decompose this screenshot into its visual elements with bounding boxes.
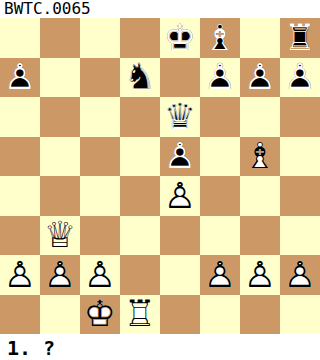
piece-outline: ♙: [0, 58, 40, 98]
square-d4[interactable]: [120, 176, 160, 216]
square-a3[interactable]: [0, 216, 40, 256]
square-b7[interactable]: [40, 58, 80, 98]
square-e2[interactable]: [160, 255, 200, 295]
black-pawn[interactable]: ♟♙: [160, 137, 200, 177]
square-a8[interactable]: [0, 18, 40, 58]
square-h6[interactable]: [280, 97, 320, 137]
square-d2[interactable]: [120, 255, 160, 295]
square-e5[interactable]: ♟♙: [160, 137, 200, 177]
square-d1[interactable]: ♜♖: [120, 295, 160, 335]
square-g4[interactable]: [240, 176, 280, 216]
white-pawn[interactable]: ♟♙: [200, 255, 240, 295]
piece-outline: ♗: [200, 18, 240, 58]
piece-outline: ♖: [120, 295, 160, 335]
piece-outline: ♗: [240, 137, 280, 177]
square-h8[interactable]: ♜♖: [280, 18, 320, 58]
piece-outline: ♙: [280, 255, 320, 295]
black-pawn[interactable]: ♟♙: [280, 58, 320, 98]
square-a7[interactable]: ♟♙: [0, 58, 40, 98]
square-b4[interactable]: [40, 176, 80, 216]
puzzle-id-label: BWTC.0065: [0, 0, 320, 18]
square-f2[interactable]: ♟♙: [200, 255, 240, 295]
square-g6[interactable]: [240, 97, 280, 137]
square-f6[interactable]: [200, 97, 240, 137]
square-c3[interactable]: [80, 216, 120, 256]
square-b2[interactable]: ♟♙: [40, 255, 80, 295]
square-c1[interactable]: ♚♔: [80, 295, 120, 335]
white-pawn[interactable]: ♟♙: [0, 255, 40, 295]
square-b8[interactable]: [40, 18, 80, 58]
square-e7[interactable]: [160, 58, 200, 98]
black-pawn[interactable]: ♟♙: [0, 58, 40, 98]
square-a5[interactable]: [0, 137, 40, 177]
square-g7[interactable]: ♟♙: [240, 58, 280, 98]
square-g2[interactable]: ♟♙: [240, 255, 280, 295]
black-pawn[interactable]: ♟♙: [240, 58, 280, 98]
white-pawn[interactable]: ♟♙: [240, 255, 280, 295]
square-h4[interactable]: [280, 176, 320, 216]
square-d6[interactable]: [120, 97, 160, 137]
square-h1[interactable]: [280, 295, 320, 335]
white-rook[interactable]: ♜♖: [120, 295, 160, 335]
white-bishop[interactable]: ♝♗: [240, 137, 280, 177]
square-e6[interactable]: ♛♕: [160, 97, 200, 137]
square-g1[interactable]: [240, 295, 280, 335]
square-b1[interactable]: [40, 295, 80, 335]
square-a2[interactable]: ♟♙: [0, 255, 40, 295]
square-f7[interactable]: ♟♙: [200, 58, 240, 98]
piece-outline: ♙: [40, 255, 80, 295]
piece-outline: ♙: [160, 176, 200, 216]
square-b6[interactable]: [40, 97, 80, 137]
piece-outline: ♙: [0, 255, 40, 295]
square-b5[interactable]: [40, 137, 80, 177]
piece-outline: ♔: [160, 18, 200, 58]
piece-outline: ♙: [200, 255, 240, 295]
black-knight[interactable]: ♞♘: [120, 58, 160, 98]
square-c7[interactable]: [80, 58, 120, 98]
black-bishop[interactable]: ♝♗: [200, 18, 240, 58]
square-h3[interactable]: [280, 216, 320, 256]
square-c8[interactable]: [80, 18, 120, 58]
square-g5[interactable]: ♝♗: [240, 137, 280, 177]
square-f8[interactable]: ♝♗: [200, 18, 240, 58]
square-f4[interactable]: [200, 176, 240, 216]
piece-outline: ♕: [40, 216, 80, 256]
square-g3[interactable]: [240, 216, 280, 256]
square-c2[interactable]: ♟♙: [80, 255, 120, 295]
square-c6[interactable]: [80, 97, 120, 137]
square-f5[interactable]: [200, 137, 240, 177]
white-pawn[interactable]: ♟♙: [280, 255, 320, 295]
piece-outline: ♙: [200, 58, 240, 98]
piece-outline: ♕: [160, 97, 200, 137]
white-pawn[interactable]: ♟♙: [80, 255, 120, 295]
square-d5[interactable]: [120, 137, 160, 177]
square-a6[interactable]: [0, 97, 40, 137]
move-prompt: 1. ?: [0, 334, 320, 360]
black-king[interactable]: ♚♔: [160, 18, 200, 58]
black-queen[interactable]: ♛♕: [160, 97, 200, 137]
piece-outline: ♙: [240, 255, 280, 295]
white-queen[interactable]: ♛♕: [40, 216, 80, 256]
square-c5[interactable]: [80, 137, 120, 177]
piece-outline: ♙: [160, 137, 200, 177]
piece-outline: ♙: [240, 58, 280, 98]
white-pawn[interactable]: ♟♙: [40, 255, 80, 295]
square-h7[interactable]: ♟♙: [280, 58, 320, 98]
square-d3[interactable]: [120, 216, 160, 256]
black-pawn[interactable]: ♟♙: [200, 58, 240, 98]
chess-board: ♚♔♝♗♜♖♟♙♞♘♟♙♟♙♟♙♛♕♟♙♝♗♟♙♛♕♟♙♟♙♟♙♟♙♟♙♟♙♚♔…: [0, 18, 320, 334]
piece-outline: ♖: [280, 18, 320, 58]
square-a4[interactable]: [0, 176, 40, 216]
white-pawn[interactable]: ♟♙: [160, 176, 200, 216]
square-h2[interactable]: ♟♙: [280, 255, 320, 295]
square-h5[interactable]: [280, 137, 320, 177]
square-e8[interactable]: ♚♔: [160, 18, 200, 58]
square-e1[interactable]: [160, 295, 200, 335]
square-e4[interactable]: ♟♙: [160, 176, 200, 216]
square-d7[interactable]: ♞♘: [120, 58, 160, 98]
piece-outline: ♘: [120, 58, 160, 98]
white-king[interactable]: ♚♔: [80, 295, 120, 335]
puzzle-window: BWTC.0065 ♚♔♝♗♜♖♟♙♞♘♟♙♟♙♟♙♛♕♟♙♝♗♟♙♛♕♟♙♟♙…: [0, 0, 320, 360]
square-b3[interactable]: ♛♕: [40, 216, 80, 256]
square-g8[interactable]: [240, 18, 280, 58]
piece-outline: ♙: [80, 255, 120, 295]
black-rook[interactable]: ♜♖: [280, 18, 320, 58]
square-d8[interactable]: [120, 18, 160, 58]
square-c4[interactable]: [80, 176, 120, 216]
square-f3[interactable]: [200, 216, 240, 256]
square-a1[interactable]: [0, 295, 40, 335]
piece-outline: ♙: [280, 58, 320, 98]
square-f1[interactable]: [200, 295, 240, 335]
piece-outline: ♔: [80, 295, 120, 335]
square-e3[interactable]: [160, 216, 200, 256]
